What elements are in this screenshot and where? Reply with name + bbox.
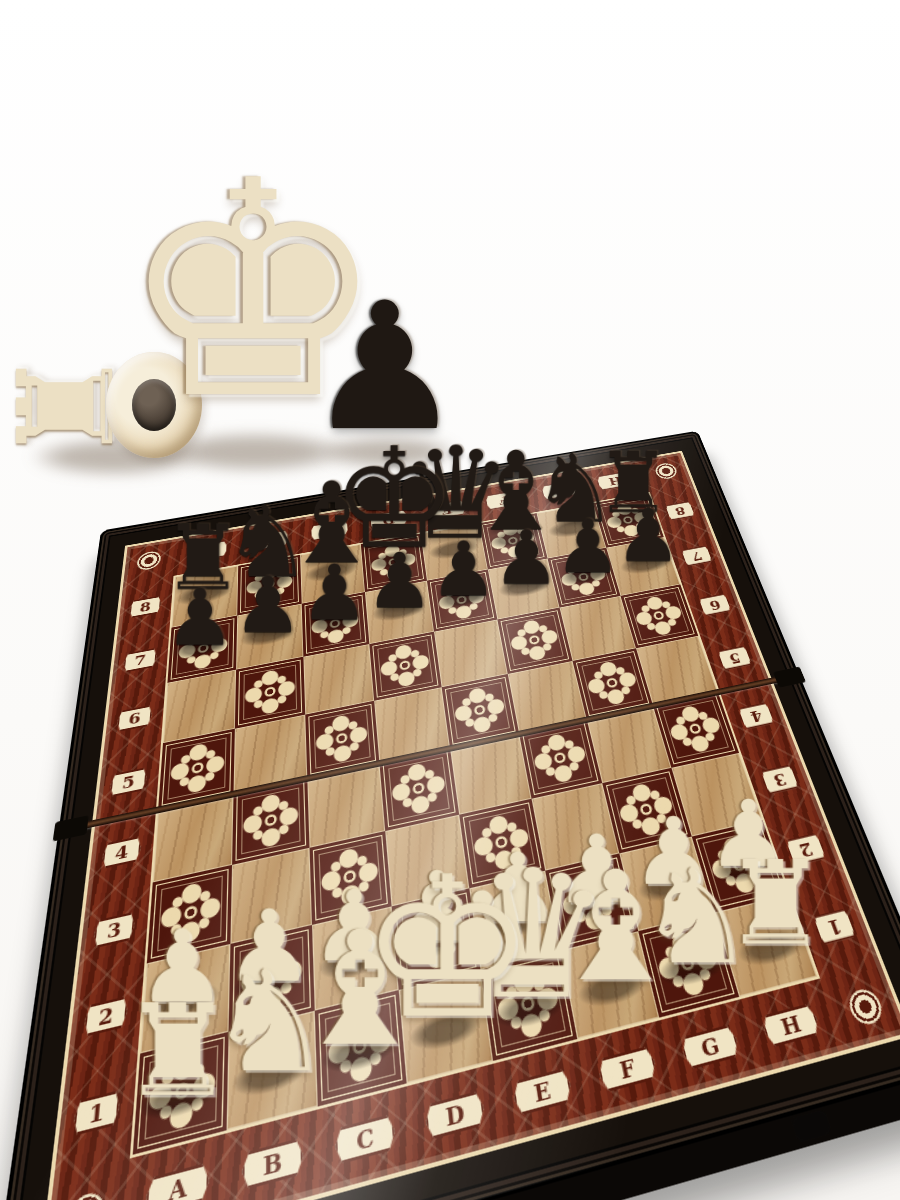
product-photo: ♜ ♚ ♟ ABCDEFGH ABCDEFGH 87654321 8765432… (0, 0, 900, 1200)
file-label-f-top: F (484, 489, 524, 510)
file-label-g-top: G (540, 480, 581, 501)
rank-label-8-left: 8 (128, 595, 162, 619)
file-label-c-bottom: C (334, 1113, 396, 1166)
file-label-g-bottom: G (679, 1023, 742, 1071)
file-label-b-top: B (249, 529, 289, 552)
rank-label-4-left: 4 (101, 835, 142, 869)
rank-label-6-left: 6 (116, 704, 153, 732)
rank-label-7-right: 7 (680, 545, 714, 567)
file-label-c-top: C (309, 519, 349, 542)
file-label-e-bottom: E (511, 1067, 573, 1117)
file-label-h-bottom: H (760, 1002, 823, 1048)
rook-glyph: ♜ (75, 988, 278, 1115)
corner-ornament (845, 986, 886, 1027)
board-scene: ABCDEFGH ABCDEFGH 87654321 87654321 ♜♞♝♚… (110, 408, 790, 1088)
file-label-h-top: H (595, 470, 636, 491)
rank-label-7-left: 7 (123, 647, 158, 673)
file-label-d-bottom: D (424, 1089, 486, 1141)
file-label-a-top: A (187, 539, 228, 562)
board-foot (791, 1109, 832, 1142)
file-label-f-bottom: F (596, 1045, 659, 1094)
chess-board: ABCDEFGH ABCDEFGH 87654321 87654321 ♜♞♝♚… (38, 451, 900, 1200)
corner-ornament (65, 1189, 106, 1200)
file-label-e-top: E (427, 499, 467, 521)
file-label-d-top: D (369, 509, 409, 531)
rank-label-6-right: 6 (697, 593, 733, 617)
rank-label-5-right: 5 (716, 645, 754, 671)
rank-label-5-left: 5 (109, 767, 148, 798)
rank-label-8-right: 8 (664, 501, 697, 521)
file-label-a-bottom: A (145, 1161, 210, 1200)
rank-label-4-right: 4 (736, 702, 775, 730)
file-label-b-bottom: B (242, 1137, 304, 1192)
